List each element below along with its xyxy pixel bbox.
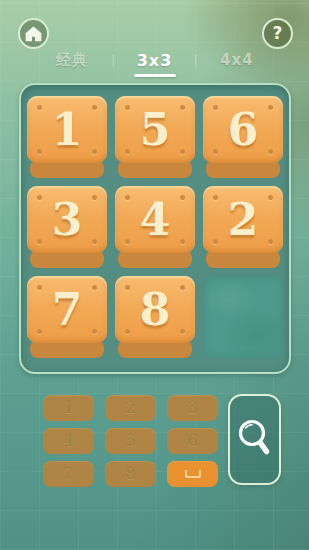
tile-face: 5 [115, 96, 195, 163]
keypad-chip-2[interactable]: 2 [105, 395, 156, 421]
rivet-icon [180, 239, 185, 244]
rivet-icon [125, 239, 130, 244]
mode-tabs: 经典 | 3x3 | 4x4 [0, 51, 309, 77]
tile-7[interactable]: 7 [27, 276, 107, 358]
rivet-icon [180, 329, 185, 334]
puzzle-board: 1 5 6 [19, 83, 291, 374]
goal-reference-grid: 1 2 3 4 5 6 7 8 [43, 395, 218, 487]
chip-label: 6 [187, 433, 197, 449]
question-mark-icon: ? [273, 25, 283, 42]
rivet-icon [180, 149, 185, 154]
rivet-icon [92, 149, 97, 154]
chip-label: 1 [63, 400, 73, 416]
rivet-icon [268, 195, 273, 200]
rivet-icon [213, 149, 218, 154]
rivet-icon [213, 195, 218, 200]
magnifier-button[interactable] [228, 394, 281, 485]
tab-active-underline [134, 74, 176, 77]
keypad-chip-4[interactable]: 4 [43, 428, 94, 454]
rivet-icon [37, 195, 42, 200]
tab-classic[interactable]: 经典 [47, 51, 97, 77]
tab-underline [216, 73, 258, 76]
rivet-icon [268, 239, 273, 244]
rivet-icon [37, 329, 42, 334]
tile-number: 8 [140, 288, 171, 332]
tile-face: 1 [27, 96, 107, 163]
rivet-icon [92, 195, 97, 200]
rivet-icon [180, 285, 185, 290]
chip-label: 7 [63, 466, 73, 482]
home-button[interactable] [18, 18, 49, 49]
rivet-icon [37, 149, 42, 154]
tile-number: 4 [140, 198, 171, 242]
tile-face: 6 [203, 96, 283, 163]
tile-face: 7 [27, 276, 107, 343]
tile-number: 1 [52, 108, 83, 152]
tile-8[interactable]: 8 [115, 276, 195, 358]
rivet-icon [125, 195, 130, 200]
open-box-icon [185, 470, 201, 478]
rivet-icon [125, 149, 130, 154]
home-icon [25, 26, 42, 42]
rivet-icon [37, 285, 42, 290]
tab-classic-label: 经典 [56, 51, 88, 70]
tab-separator: | [194, 53, 198, 68]
tile-3[interactable]: 3 [27, 186, 107, 268]
rivet-icon [268, 149, 273, 154]
tab-separator: | [111, 53, 115, 68]
keypad-chip-3[interactable]: 3 [167, 395, 218, 421]
rivet-icon [92, 329, 97, 334]
magnifying-glass-icon [234, 416, 276, 464]
tile-face: 4 [115, 186, 195, 253]
tile-number: 6 [228, 108, 259, 152]
keypad-chip-7[interactable]: 7 [43, 461, 94, 487]
tile-6[interactable]: 6 [203, 96, 283, 178]
tile-number: 5 [140, 108, 171, 152]
rivet-icon [213, 105, 218, 110]
tab-3x3[interactable]: 3x3 [130, 51, 180, 77]
help-button[interactable]: ? [262, 18, 293, 49]
tile-2[interactable]: 2 [203, 186, 283, 268]
tile-number: 7 [52, 288, 83, 332]
rivet-icon [92, 239, 97, 244]
tab-4x4[interactable]: 4x4 [212, 51, 262, 76]
chip-label: 4 [63, 433, 73, 449]
tab-underline [51, 74, 93, 77]
chip-label: 2 [125, 400, 135, 416]
rivet-icon [125, 105, 130, 110]
empty-cell [203, 276, 283, 358]
tile-face: 2 [203, 186, 283, 253]
rivet-icon [125, 285, 130, 290]
keypad-chip-5[interactable]: 5 [105, 428, 156, 454]
rivet-icon [92, 285, 97, 290]
tile-1[interactable]: 1 [27, 96, 107, 178]
rivet-icon [37, 239, 42, 244]
keypad-chip-8[interactable]: 8 [105, 461, 156, 487]
chip-label: 8 [125, 466, 135, 482]
rivet-icon [92, 105, 97, 110]
keypad-chip-blank[interactable] [167, 461, 218, 487]
app-screen: ? 经典 | 3x3 | 4x4 1 [0, 0, 309, 550]
keypad-chip-6[interactable]: 6 [167, 428, 218, 454]
rivet-icon [37, 105, 42, 110]
tab-4x4-label: 4x4 [220, 51, 254, 69]
tile-number: 2 [228, 198, 259, 242]
rivet-icon [125, 329, 130, 334]
rivet-icon [213, 239, 218, 244]
chip-label: 3 [187, 400, 197, 416]
tile-number: 3 [52, 198, 83, 242]
rivet-icon [268, 105, 273, 110]
tile-5[interactable]: 5 [115, 96, 195, 178]
tab-3x3-label: 3x3 [137, 51, 173, 70]
rivet-icon [180, 105, 185, 110]
tile-face: 8 [115, 276, 195, 343]
keypad-chip-1[interactable]: 1 [43, 395, 94, 421]
tile-4[interactable]: 4 [115, 186, 195, 268]
rivet-icon [180, 195, 185, 200]
tile-face: 3 [27, 186, 107, 253]
chip-label: 5 [125, 433, 135, 449]
